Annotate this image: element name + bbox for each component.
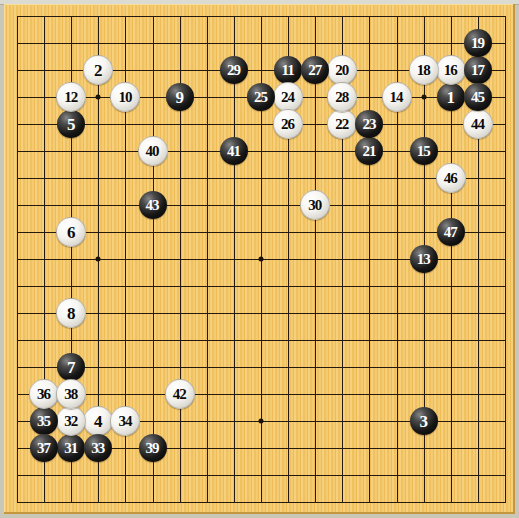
move-number: 39: [146, 441, 159, 456]
move-number: 18: [417, 63, 430, 78]
move-number: 10: [118, 90, 131, 105]
move-number: 47: [444, 225, 457, 240]
grid-line-vertical: [369, 16, 370, 503]
move-number: 9: [175, 89, 184, 106]
stone-31-black[interactable]: 31: [57, 434, 85, 462]
move-number: 32: [64, 414, 77, 429]
stone-19-black[interactable]: 19: [464, 29, 492, 57]
move-number: 4: [94, 413, 103, 430]
star-point: [96, 95, 101, 100]
grid-line-horizontal: [17, 367, 506, 368]
move-number: 14: [390, 90, 403, 105]
move-number: 33: [91, 441, 104, 456]
grid-line-vertical: [315, 16, 316, 503]
stone-38-white[interactable]: 38: [56, 379, 86, 409]
move-number: 45: [471, 90, 484, 105]
stone-42-white[interactable]: 42: [165, 379, 195, 409]
stone-27-black[interactable]: 27: [301, 56, 329, 84]
board-grid[interactable]: 1234567891011121314151617181920212223242…: [17, 16, 505, 502]
stone-13-black[interactable]: 13: [410, 245, 438, 273]
move-number: 23: [362, 117, 375, 132]
move-number: 16: [444, 63, 457, 78]
stone-4-white[interactable]: 4: [83, 406, 113, 436]
move-number: 13: [417, 252, 430, 267]
move-number: 44: [471, 117, 484, 132]
grid-line-horizontal: [17, 475, 506, 476]
move-number: 24: [281, 90, 294, 105]
move-number: 36: [37, 387, 50, 402]
move-number: 12: [64, 90, 77, 105]
move-number: 31: [64, 441, 77, 456]
star-point: [259, 419, 264, 424]
stone-30-white[interactable]: 30: [300, 190, 330, 220]
stone-8-white[interactable]: 8: [56, 298, 86, 328]
stone-2-white[interactable]: 2: [83, 55, 113, 85]
stone-14-white[interactable]: 14: [382, 82, 412, 112]
stone-43-black[interactable]: 43: [139, 191, 167, 219]
stone-40-white[interactable]: 40: [138, 136, 168, 166]
stone-39-black[interactable]: 39: [139, 434, 167, 462]
move-number: 42: [173, 387, 186, 402]
grid-line-horizontal: [17, 340, 506, 341]
stone-35-black[interactable]: 35: [30, 407, 58, 435]
stone-44-white[interactable]: 44: [463, 109, 493, 139]
stone-9-black[interactable]: 9: [166, 83, 194, 111]
stone-34-white[interactable]: 34: [110, 406, 140, 436]
move-number: 21: [362, 144, 375, 159]
move-number: 25: [254, 90, 267, 105]
stone-24-white[interactable]: 24: [273, 82, 303, 112]
stone-5-black[interactable]: 5: [57, 110, 85, 138]
move-number: 38: [64, 387, 77, 402]
stone-47-black[interactable]: 47: [437, 218, 465, 246]
move-number: 6: [67, 224, 76, 241]
move-number: 17: [471, 63, 484, 78]
stone-33-black[interactable]: 33: [84, 434, 112, 462]
star-point: [96, 257, 101, 262]
stone-37-black[interactable]: 37: [30, 434, 58, 462]
move-number: 46: [444, 171, 457, 186]
stone-21-black[interactable]: 21: [355, 137, 383, 165]
move-number: 29: [227, 63, 240, 78]
stone-3-black[interactable]: 3: [410, 407, 438, 435]
stone-32-white[interactable]: 32: [56, 406, 86, 436]
move-number: 43: [146, 198, 159, 213]
move-number: 8: [67, 305, 76, 322]
stone-18-white[interactable]: 18: [409, 55, 439, 85]
move-number: 40: [146, 144, 159, 159]
stone-22-white[interactable]: 22: [327, 109, 357, 139]
move-number: 11: [282, 63, 294, 78]
grid-line-horizontal: [17, 313, 506, 314]
star-point: [421, 95, 426, 100]
move-number: 37: [37, 441, 50, 456]
move-number: 2: [94, 62, 103, 79]
stone-10-white[interactable]: 10: [110, 82, 140, 112]
stone-46-white[interactable]: 46: [436, 163, 466, 193]
stone-7-black[interactable]: 7: [57, 353, 85, 381]
stone-41-black[interactable]: 41: [220, 137, 248, 165]
move-number: 26: [281, 117, 294, 132]
move-number: 15: [417, 144, 430, 159]
move-number: 30: [308, 198, 321, 213]
stone-12-white[interactable]: 12: [56, 82, 86, 112]
grid-line-vertical: [505, 16, 506, 503]
stone-1-black[interactable]: 1: [437, 83, 465, 111]
move-number: 35: [37, 414, 50, 429]
move-number: 27: [308, 63, 321, 78]
stone-6-white[interactable]: 6: [56, 217, 86, 247]
move-number: 1: [447, 89, 456, 106]
move-number: 19: [471, 36, 484, 51]
stone-26-white[interactable]: 26: [273, 109, 303, 139]
stone-15-black[interactable]: 15: [410, 137, 438, 165]
stone-20-white[interactable]: 20: [327, 55, 357, 85]
stone-45-black[interactable]: 45: [464, 83, 492, 111]
move-number: 41: [227, 144, 240, 159]
grid-line-horizontal: [17, 394, 506, 395]
stone-25-black[interactable]: 25: [247, 83, 275, 111]
stone-36-white[interactable]: 36: [29, 379, 59, 409]
grid-line-horizontal: [17, 286, 506, 287]
move-number: 28: [335, 90, 348, 105]
stone-28-white[interactable]: 28: [327, 82, 357, 112]
stone-17-black[interactable]: 17: [464, 56, 492, 84]
move-number: 5: [67, 116, 76, 133]
go-board: 1234567891011121314151617181920212223242…: [4, 4, 515, 514]
stone-16-white[interactable]: 16: [436, 55, 466, 85]
move-number: 20: [335, 63, 348, 78]
grid-line-horizontal: [17, 502, 506, 503]
move-number: 34: [118, 414, 131, 429]
stone-11-black[interactable]: 11: [274, 56, 302, 84]
stone-23-black[interactable]: 23: [355, 110, 383, 138]
star-point: [259, 257, 264, 262]
stone-29-black[interactable]: 29: [220, 56, 248, 84]
move-number: 22: [335, 117, 348, 132]
move-number: 3: [419, 413, 428, 430]
move-number: 7: [67, 359, 76, 376]
